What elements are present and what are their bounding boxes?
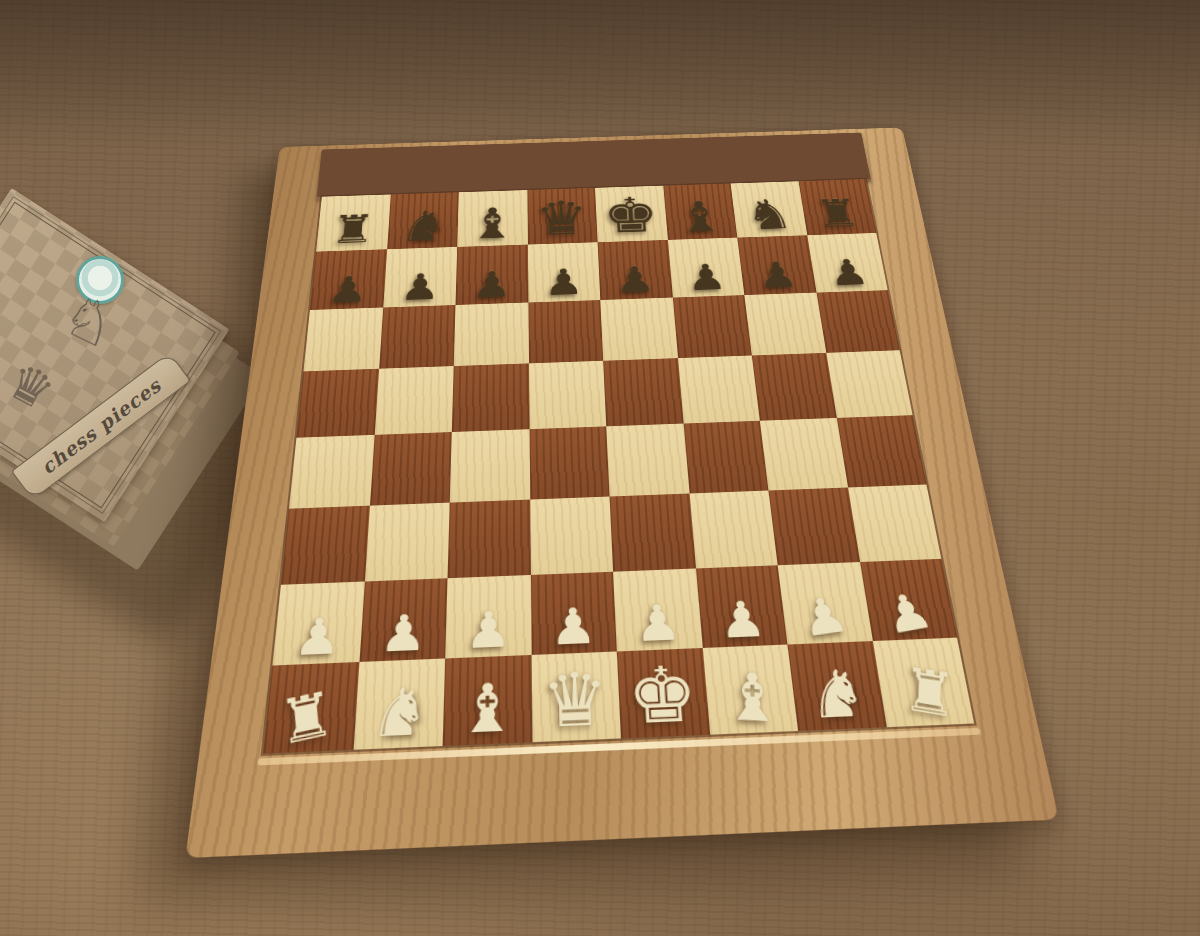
square-e5[interactable] <box>603 358 683 426</box>
square-e3[interactable] <box>610 493 696 571</box>
square-a7[interactable]: ♟ <box>310 249 387 310</box>
square-h4[interactable] <box>836 415 926 487</box>
square-g7[interactable]: ♟ <box>737 235 816 295</box>
square-b3[interactable] <box>364 502 449 581</box>
piece-white-pawn-c2[interactable]: ♟ <box>465 604 512 656</box>
square-g2[interactable]: ♟ <box>778 562 873 645</box>
piece-white-king-e1[interactable]: ♚ <box>626 656 701 736</box>
piece-white-rook-h1[interactable]: ♜ <box>900 659 957 728</box>
piece-black-pawn-f7[interactable]: ♟ <box>685 258 728 295</box>
piece-white-rook-a1[interactable]: ♜ <box>277 683 338 755</box>
piece-black-pawn-c7[interactable]: ♟ <box>472 266 512 303</box>
square-h2[interactable]: ♟ <box>860 558 958 641</box>
square-c1[interactable]: ♝ <box>443 655 532 746</box>
square-c7[interactable]: ♟ <box>456 244 528 304</box>
piece-white-pawn-a2[interactable]: ♟ <box>292 611 343 663</box>
piece-white-pawn-e2[interactable]: ♟ <box>633 597 683 648</box>
square-e2[interactable]: ♟ <box>613 568 702 652</box>
square-h8[interactable]: ♜ <box>798 179 876 235</box>
square-e4[interactable] <box>606 424 689 497</box>
square-d4[interactable] <box>529 426 609 499</box>
square-f7[interactable]: ♟ <box>668 237 745 297</box>
square-b1[interactable]: ♞ <box>353 659 445 750</box>
piece-black-pawn-b7[interactable]: ♟ <box>399 268 440 305</box>
piece-white-pawn-b2[interactable]: ♟ <box>379 607 428 659</box>
square-h1[interactable]: ♜ <box>872 638 974 727</box>
square-g1[interactable]: ♞ <box>787 641 886 731</box>
square-a5[interactable] <box>296 369 378 438</box>
square-g6[interactable] <box>744 292 826 355</box>
square-a2[interactable]: ♟ <box>272 581 364 666</box>
piece-white-queen-d1[interactable]: ♛ <box>541 663 610 740</box>
piece-black-pawn-h7[interactable]: ♟ <box>826 254 871 290</box>
square-g4[interactable] <box>760 418 848 490</box>
square-b5[interactable] <box>374 366 453 435</box>
square-e1[interactable]: ♚ <box>617 648 710 738</box>
piece-black-king-e8[interactable]: ♚ <box>602 190 660 240</box>
piece-black-bishop-f8[interactable]: ♝ <box>675 195 727 238</box>
square-a4[interactable] <box>289 435 374 509</box>
square-f6[interactable] <box>672 295 751 359</box>
square-e8[interactable]: ♚ <box>595 186 667 242</box>
piece-black-queen-d8[interactable]: ♛ <box>535 195 589 243</box>
square-b8[interactable]: ♞ <box>387 192 459 249</box>
square-b6[interactable] <box>379 305 456 369</box>
square-c6[interactable] <box>454 302 529 366</box>
square-a8[interactable]: ♜ <box>316 194 390 251</box>
square-a1[interactable]: ♜ <box>263 662 359 753</box>
piece-white-bishop-c1[interactable]: ♝ <box>457 674 518 743</box>
piece-black-pawn-g7[interactable]: ♟ <box>756 256 800 293</box>
square-h3[interactable] <box>848 484 942 561</box>
square-g3[interactable] <box>768 487 859 564</box>
square-h5[interactable] <box>826 350 913 417</box>
square-c3[interactable] <box>448 499 531 577</box>
square-d7[interactable]: ♟ <box>527 242 600 302</box>
piece-black-pawn-d7[interactable]: ♟ <box>544 263 584 300</box>
square-f3[interactable] <box>689 490 778 568</box>
square-c4[interactable] <box>450 429 530 502</box>
square-d2[interactable]: ♟ <box>530 571 616 655</box>
square-d6[interactable] <box>528 300 603 364</box>
square-f1[interactable]: ♝ <box>702 645 798 735</box>
square-c2[interactable]: ♟ <box>445 574 531 658</box>
piece-white-knight-b1[interactable]: ♞ <box>368 678 431 746</box>
piece-white-pawn-f2[interactable]: ♟ <box>717 594 768 645</box>
square-d8[interactable]: ♛ <box>527 188 598 245</box>
square-d3[interactable] <box>530 496 613 574</box>
piece-black-pawn-a7[interactable]: ♟ <box>327 270 370 307</box>
square-f8[interactable]: ♝ <box>663 183 737 239</box>
table-shaded-top <box>0 0 1200 150</box>
square-d5[interactable] <box>529 361 607 429</box>
piece-white-pawn-h2[interactable]: ♟ <box>877 585 937 641</box>
piece-black-bishop-c8[interactable]: ♝ <box>468 202 516 245</box>
piece-black-knight-b8[interactable]: ♞ <box>398 205 447 248</box>
piece-white-pawn-d2[interactable]: ♟ <box>550 601 598 653</box>
piece-black-rook-a8[interactable]: ♜ <box>329 210 376 250</box>
square-f4[interactable] <box>683 421 768 494</box>
piece-white-pawn-g2[interactable]: ♟ <box>796 589 853 644</box>
square-g8[interactable]: ♞ <box>731 181 807 237</box>
piece-black-knight-g8[interactable]: ♞ <box>743 193 795 235</box>
square-f2[interactable]: ♟ <box>695 565 787 648</box>
square-e6[interactable] <box>600 297 677 361</box>
square-h6[interactable] <box>816 290 900 353</box>
square-b4[interactable] <box>369 432 451 505</box>
square-c8[interactable]: ♝ <box>457 190 527 247</box>
square-h7[interactable]: ♟ <box>807 233 888 292</box>
square-b2[interactable]: ♟ <box>359 578 448 663</box>
piece-white-bishop-f1[interactable]: ♝ <box>722 663 783 732</box>
square-e7[interactable]: ♟ <box>598 240 673 300</box>
piece-black-pawn-e7[interactable]: ♟ <box>615 261 656 298</box>
square-c5[interactable] <box>452 364 529 432</box>
square-g5[interactable] <box>752 353 837 421</box>
board-squares-grid: ♜♞♝♛♚♝♞♜♟♟♟♟♟♟♟♟♟♟♟♟♟♟♟♟♜♞♝♛♚♝♞♜ <box>263 179 974 753</box>
square-f5[interactable] <box>678 356 760 424</box>
piece-white-knight-g1[interactable]: ♞ <box>804 661 872 728</box>
square-b7[interactable]: ♟ <box>383 247 457 307</box>
square-a3[interactable] <box>281 505 369 584</box>
piece-black-rook-h8[interactable]: ♜ <box>813 194 863 233</box>
square-a6[interactable] <box>303 307 382 371</box>
square-d1[interactable]: ♛ <box>531 652 621 742</box>
